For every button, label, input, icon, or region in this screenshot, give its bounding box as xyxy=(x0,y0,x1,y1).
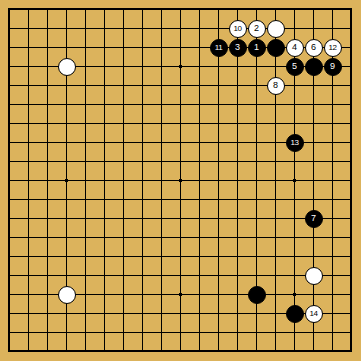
board-point-13-1[interactable] xyxy=(228,0,247,19)
board-point-2-1[interactable] xyxy=(19,0,38,19)
board-point-7-10[interactable] xyxy=(114,171,133,190)
board-point-15-14[interactable] xyxy=(266,247,285,266)
board-point-16-1[interactable] xyxy=(285,0,304,19)
board-point-4-3[interactable] xyxy=(57,38,76,57)
board-point-10-19[interactable] xyxy=(171,342,190,361)
board-point-10-2[interactable] xyxy=(171,19,190,38)
board-point-3-15[interactable] xyxy=(38,266,57,285)
board-point-13-19[interactable] xyxy=(228,342,247,361)
board-point-2-17[interactable] xyxy=(19,304,38,323)
board-point-7-13[interactable] xyxy=(114,228,133,247)
board-point-8-18[interactable] xyxy=(133,323,152,342)
board-point-13-9[interactable] xyxy=(228,152,247,171)
board-point-3-11[interactable] xyxy=(38,190,57,209)
board-point-2-5[interactable] xyxy=(19,76,38,95)
board-point-4-10[interactable] xyxy=(57,171,76,190)
board-point-15-12[interactable] xyxy=(266,209,285,228)
board-point-11-9[interactable] xyxy=(190,152,209,171)
board-point-16-10[interactable] xyxy=(285,171,304,190)
board-point-3-3[interactable] xyxy=(38,38,57,57)
board-point-2-18[interactable] xyxy=(19,323,38,342)
board-point-12-18[interactable] xyxy=(209,323,228,342)
board-point-7-3[interactable] xyxy=(114,38,133,57)
board-point-4-18[interactable] xyxy=(57,323,76,342)
board-point-18-12[interactable] xyxy=(323,209,342,228)
board-point-15-7[interactable] xyxy=(266,114,285,133)
board-point-5-6[interactable] xyxy=(76,95,95,114)
board-point-7-16[interactable] xyxy=(114,285,133,304)
board-point-8-2[interactable] xyxy=(133,19,152,38)
board-point-18-15[interactable] xyxy=(323,266,342,285)
board-point-8-3[interactable] xyxy=(133,38,152,57)
board-point-11-11[interactable] xyxy=(190,190,209,209)
board-point-7-6[interactable] xyxy=(114,95,133,114)
board-point-1-14[interactable] xyxy=(0,247,19,266)
board-point-8-10[interactable] xyxy=(133,171,152,190)
board-point-3-7[interactable] xyxy=(38,114,57,133)
board-point-4-6[interactable] xyxy=(57,95,76,114)
board-point-3-10[interactable] xyxy=(38,171,57,190)
board-point-3-1[interactable] xyxy=(38,0,57,19)
board-point-12-19[interactable] xyxy=(209,342,228,361)
board-point-18-4[interactable]: 9 xyxy=(323,57,342,76)
board-point-11-14[interactable] xyxy=(190,247,209,266)
board-point-6-12[interactable] xyxy=(95,209,114,228)
board-point-11-8[interactable] xyxy=(190,133,209,152)
board-point-16-15[interactable] xyxy=(285,266,304,285)
board-point-19-3[interactable] xyxy=(342,38,361,57)
board-point-1-18[interactable] xyxy=(0,323,19,342)
board-point-19-9[interactable] xyxy=(342,152,361,171)
board-point-3-17[interactable] xyxy=(38,304,57,323)
board-point-11-7[interactable] xyxy=(190,114,209,133)
board-point-1-4[interactable] xyxy=(0,57,19,76)
board-point-5-17[interactable] xyxy=(76,304,95,323)
board-point-7-15[interactable] xyxy=(114,266,133,285)
board-point-3-2[interactable] xyxy=(38,19,57,38)
board-point-1-12[interactable] xyxy=(0,209,19,228)
board-point-18-13[interactable] xyxy=(323,228,342,247)
board-point-5-14[interactable] xyxy=(76,247,95,266)
board-point-4-17[interactable] xyxy=(57,304,76,323)
board-point-7-2[interactable] xyxy=(114,19,133,38)
board-point-11-17[interactable] xyxy=(190,304,209,323)
board-point-13-15[interactable] xyxy=(228,266,247,285)
board-point-6-13[interactable] xyxy=(95,228,114,247)
board-point-1-3[interactable] xyxy=(0,38,19,57)
board-point-14-16[interactable] xyxy=(247,285,266,304)
board-point-4-1[interactable] xyxy=(57,0,76,19)
board-point-14-5[interactable] xyxy=(247,76,266,95)
board-point-11-19[interactable] xyxy=(190,342,209,361)
board-point-5-8[interactable] xyxy=(76,133,95,152)
board-point-15-2[interactable] xyxy=(266,19,285,38)
board-point-15-18[interactable] xyxy=(266,323,285,342)
board-point-9-1[interactable] xyxy=(152,0,171,19)
board-point-2-9[interactable] xyxy=(19,152,38,171)
board-point-14-10[interactable] xyxy=(247,171,266,190)
board-point-10-13[interactable] xyxy=(171,228,190,247)
board-point-18-10[interactable] xyxy=(323,171,342,190)
board-point-19-13[interactable] xyxy=(342,228,361,247)
board-point-17-13[interactable] xyxy=(304,228,323,247)
board-point-5-15[interactable] xyxy=(76,266,95,285)
board-point-9-17[interactable] xyxy=(152,304,171,323)
board-point-7-9[interactable] xyxy=(114,152,133,171)
board-point-6-3[interactable] xyxy=(95,38,114,57)
board-point-8-7[interactable] xyxy=(133,114,152,133)
board-point-17-11[interactable] xyxy=(304,190,323,209)
board-point-19-17[interactable] xyxy=(342,304,361,323)
board-point-18-18[interactable] xyxy=(323,323,342,342)
board-point-6-16[interactable] xyxy=(95,285,114,304)
board-point-6-15[interactable] xyxy=(95,266,114,285)
board-point-19-6[interactable] xyxy=(342,95,361,114)
board-point-17-7[interactable] xyxy=(304,114,323,133)
board-point-8-5[interactable] xyxy=(133,76,152,95)
board-point-3-6[interactable] xyxy=(38,95,57,114)
board-point-19-2[interactable] xyxy=(342,19,361,38)
board-point-4-19[interactable] xyxy=(57,342,76,361)
board-point-14-15[interactable] xyxy=(247,266,266,285)
board-point-1-7[interactable] xyxy=(0,114,19,133)
board-point-14-19[interactable] xyxy=(247,342,266,361)
board-point-2-8[interactable] xyxy=(19,133,38,152)
board-point-1-17[interactable] xyxy=(0,304,19,323)
board-point-14-9[interactable] xyxy=(247,152,266,171)
board-point-15-19[interactable] xyxy=(266,342,285,361)
board-point-18-14[interactable] xyxy=(323,247,342,266)
board-point-3-8[interactable] xyxy=(38,133,57,152)
board-point-16-11[interactable] xyxy=(285,190,304,209)
board-point-17-17[interactable]: 14 xyxy=(304,304,323,323)
board-point-15-9[interactable] xyxy=(266,152,285,171)
board-point-8-12[interactable] xyxy=(133,209,152,228)
board-point-8-8[interactable] xyxy=(133,133,152,152)
board-point-3-4[interactable] xyxy=(38,57,57,76)
board-point-17-3[interactable]: 6 xyxy=(304,38,323,57)
board-point-18-9[interactable] xyxy=(323,152,342,171)
board-point-6-5[interactable] xyxy=(95,76,114,95)
board-point-7-5[interactable] xyxy=(114,76,133,95)
board-point-14-6[interactable] xyxy=(247,95,266,114)
board-point-16-8[interactable]: 13 xyxy=(285,133,304,152)
board-point-9-6[interactable] xyxy=(152,95,171,114)
board-point-2-7[interactable] xyxy=(19,114,38,133)
board-point-3-18[interactable] xyxy=(38,323,57,342)
board-point-6-6[interactable] xyxy=(95,95,114,114)
board-point-12-16[interactable] xyxy=(209,285,228,304)
board-point-10-18[interactable] xyxy=(171,323,190,342)
board-point-6-1[interactable] xyxy=(95,0,114,19)
board-point-10-12[interactable] xyxy=(171,209,190,228)
board-point-5-4[interactable] xyxy=(76,57,95,76)
board-point-13-5[interactable] xyxy=(228,76,247,95)
board-point-1-2[interactable] xyxy=(0,19,19,38)
board-point-10-17[interactable] xyxy=(171,304,190,323)
board-point-14-8[interactable] xyxy=(247,133,266,152)
board-point-2-14[interactable] xyxy=(19,247,38,266)
board-point-15-5[interactable]: 8 xyxy=(266,76,285,95)
board-point-14-14[interactable] xyxy=(247,247,266,266)
board-point-15-1[interactable] xyxy=(266,0,285,19)
board-point-1-10[interactable] xyxy=(0,171,19,190)
board-point-10-7[interactable] xyxy=(171,114,190,133)
board-point-9-4[interactable] xyxy=(152,57,171,76)
board-point-9-3[interactable] xyxy=(152,38,171,57)
board-point-17-8[interactable] xyxy=(304,133,323,152)
board-point-5-18[interactable] xyxy=(76,323,95,342)
board-point-9-13[interactable] xyxy=(152,228,171,247)
board-point-14-3[interactable]: 1 xyxy=(247,38,266,57)
board-point-4-16[interactable] xyxy=(57,285,76,304)
board-point-5-3[interactable] xyxy=(76,38,95,57)
board-point-17-19[interactable] xyxy=(304,342,323,361)
board-point-17-14[interactable] xyxy=(304,247,323,266)
board-point-18-6[interactable] xyxy=(323,95,342,114)
board-point-6-11[interactable] xyxy=(95,190,114,209)
board-point-1-6[interactable] xyxy=(0,95,19,114)
board-point-2-11[interactable] xyxy=(19,190,38,209)
board-point-10-6[interactable] xyxy=(171,95,190,114)
board-point-16-17[interactable] xyxy=(285,304,304,323)
board-point-7-1[interactable] xyxy=(114,0,133,19)
board-point-1-11[interactable] xyxy=(0,190,19,209)
board-point-19-18[interactable] xyxy=(342,323,361,342)
board-point-15-3[interactable] xyxy=(266,38,285,57)
board-point-15-11[interactable] xyxy=(266,190,285,209)
board-point-3-13[interactable] xyxy=(38,228,57,247)
board-point-1-5[interactable] xyxy=(0,76,19,95)
board-point-15-15[interactable] xyxy=(266,266,285,285)
board-point-9-14[interactable] xyxy=(152,247,171,266)
board-point-12-15[interactable] xyxy=(209,266,228,285)
board-point-15-6[interactable] xyxy=(266,95,285,114)
board-point-16-7[interactable] xyxy=(285,114,304,133)
board-point-6-8[interactable] xyxy=(95,133,114,152)
board-point-10-5[interactable] xyxy=(171,76,190,95)
board-point-3-14[interactable] xyxy=(38,247,57,266)
board-point-13-14[interactable] xyxy=(228,247,247,266)
board-point-3-9[interactable] xyxy=(38,152,57,171)
board-point-4-7[interactable] xyxy=(57,114,76,133)
board-point-11-13[interactable] xyxy=(190,228,209,247)
board-point-14-18[interactable] xyxy=(247,323,266,342)
board-point-4-13[interactable] xyxy=(57,228,76,247)
board-point-16-3[interactable]: 4 xyxy=(285,38,304,57)
board-point-17-6[interactable] xyxy=(304,95,323,114)
board-point-6-14[interactable] xyxy=(95,247,114,266)
board-point-16-19[interactable] xyxy=(285,342,304,361)
board-point-4-9[interactable] xyxy=(57,152,76,171)
board-point-12-3[interactable]: 11 xyxy=(209,38,228,57)
board-point-16-13[interactable] xyxy=(285,228,304,247)
board-point-16-4[interactable]: 5 xyxy=(285,57,304,76)
board-point-19-10[interactable] xyxy=(342,171,361,190)
board-point-18-3[interactable]: 12 xyxy=(323,38,342,57)
board-point-8-6[interactable] xyxy=(133,95,152,114)
board-point-19-12[interactable] xyxy=(342,209,361,228)
board-point-6-4[interactable] xyxy=(95,57,114,76)
board-point-10-16[interactable] xyxy=(171,285,190,304)
board-point-15-4[interactable] xyxy=(266,57,285,76)
board-point-6-19[interactable] xyxy=(95,342,114,361)
board-point-7-4[interactable] xyxy=(114,57,133,76)
board-point-13-6[interactable] xyxy=(228,95,247,114)
board-point-13-2[interactable]: 10 xyxy=(228,19,247,38)
board-point-7-19[interactable] xyxy=(114,342,133,361)
board-point-16-6[interactable] xyxy=(285,95,304,114)
board-point-10-4[interactable] xyxy=(171,57,190,76)
board-point-7-11[interactable] xyxy=(114,190,133,209)
board-point-19-8[interactable] xyxy=(342,133,361,152)
board-point-1-8[interactable] xyxy=(0,133,19,152)
board-point-2-15[interactable] xyxy=(19,266,38,285)
board-point-13-11[interactable] xyxy=(228,190,247,209)
board-point-12-9[interactable] xyxy=(209,152,228,171)
board-point-13-8[interactable] xyxy=(228,133,247,152)
board-point-17-5[interactable] xyxy=(304,76,323,95)
board-point-17-1[interactable] xyxy=(304,0,323,19)
board-point-17-9[interactable] xyxy=(304,152,323,171)
board-point-17-4[interactable] xyxy=(304,57,323,76)
board-point-11-6[interactable] xyxy=(190,95,209,114)
board-point-6-18[interactable] xyxy=(95,323,114,342)
board-point-9-2[interactable] xyxy=(152,19,171,38)
board-point-13-17[interactable] xyxy=(228,304,247,323)
board-point-9-15[interactable] xyxy=(152,266,171,285)
board-point-5-9[interactable] xyxy=(76,152,95,171)
board-point-19-11[interactable] xyxy=(342,190,361,209)
board-point-11-2[interactable] xyxy=(190,19,209,38)
board-point-9-18[interactable] xyxy=(152,323,171,342)
board-point-19-15[interactable] xyxy=(342,266,361,285)
board-point-15-13[interactable] xyxy=(266,228,285,247)
board-point-19-7[interactable] xyxy=(342,114,361,133)
board-point-18-2[interactable] xyxy=(323,19,342,38)
board-point-8-4[interactable] xyxy=(133,57,152,76)
board-point-10-10[interactable] xyxy=(171,171,190,190)
board-point-9-11[interactable] xyxy=(152,190,171,209)
board-point-5-5[interactable] xyxy=(76,76,95,95)
board-point-2-13[interactable] xyxy=(19,228,38,247)
board-point-11-16[interactable] xyxy=(190,285,209,304)
board-point-9-10[interactable] xyxy=(152,171,171,190)
board-point-18-11[interactable] xyxy=(323,190,342,209)
board-point-17-10[interactable] xyxy=(304,171,323,190)
board-point-18-8[interactable] xyxy=(323,133,342,152)
board-point-11-10[interactable] xyxy=(190,171,209,190)
board-point-18-5[interactable] xyxy=(323,76,342,95)
board-point-11-4[interactable] xyxy=(190,57,209,76)
board-point-8-11[interactable] xyxy=(133,190,152,209)
board-point-2-6[interactable] xyxy=(19,95,38,114)
board-point-3-16[interactable] xyxy=(38,285,57,304)
board-point-4-2[interactable] xyxy=(57,19,76,38)
board-point-1-9[interactable] xyxy=(0,152,19,171)
board-point-11-12[interactable] xyxy=(190,209,209,228)
board-point-17-2[interactable] xyxy=(304,19,323,38)
board-point-4-11[interactable] xyxy=(57,190,76,209)
board-point-17-18[interactable] xyxy=(304,323,323,342)
board-point-18-19[interactable] xyxy=(323,342,342,361)
board-point-1-15[interactable] xyxy=(0,266,19,285)
board-point-1-19[interactable] xyxy=(0,342,19,361)
board-point-12-8[interactable] xyxy=(209,133,228,152)
board-point-18-1[interactable] xyxy=(323,0,342,19)
board-point-13-16[interactable] xyxy=(228,285,247,304)
board-point-13-12[interactable] xyxy=(228,209,247,228)
board-point-16-12[interactable] xyxy=(285,209,304,228)
board-point-12-6[interactable] xyxy=(209,95,228,114)
board-point-14-17[interactable] xyxy=(247,304,266,323)
board-point-18-17[interactable] xyxy=(323,304,342,323)
board-point-3-12[interactable] xyxy=(38,209,57,228)
board-point-12-1[interactable] xyxy=(209,0,228,19)
board-point-8-1[interactable] xyxy=(133,0,152,19)
board-point-8-15[interactable] xyxy=(133,266,152,285)
board-point-5-12[interactable] xyxy=(76,209,95,228)
board-point-8-19[interactable] xyxy=(133,342,152,361)
board-point-5-7[interactable] xyxy=(76,114,95,133)
board-point-12-10[interactable] xyxy=(209,171,228,190)
board-point-19-19[interactable] xyxy=(342,342,361,361)
board-point-18-16[interactable] xyxy=(323,285,342,304)
board-point-16-2[interactable] xyxy=(285,19,304,38)
board-point-6-7[interactable] xyxy=(95,114,114,133)
board-point-5-11[interactable] xyxy=(76,190,95,209)
board-point-19-16[interactable] xyxy=(342,285,361,304)
board-point-6-9[interactable] xyxy=(95,152,114,171)
board-point-14-2[interactable]: 2 xyxy=(247,19,266,38)
board-point-14-4[interactable] xyxy=(247,57,266,76)
board-point-16-16[interactable] xyxy=(285,285,304,304)
board-point-7-8[interactable] xyxy=(114,133,133,152)
board-point-15-16[interactable] xyxy=(266,285,285,304)
board-point-6-2[interactable] xyxy=(95,19,114,38)
board-point-8-16[interactable] xyxy=(133,285,152,304)
board-point-3-5[interactable] xyxy=(38,76,57,95)
board-point-5-10[interactable] xyxy=(76,171,95,190)
board-point-11-18[interactable] xyxy=(190,323,209,342)
board-point-14-12[interactable] xyxy=(247,209,266,228)
board-point-7-14[interactable] xyxy=(114,247,133,266)
board-point-9-19[interactable] xyxy=(152,342,171,361)
board-point-12-7[interactable] xyxy=(209,114,228,133)
board-point-1-13[interactable] xyxy=(0,228,19,247)
board-point-13-7[interactable] xyxy=(228,114,247,133)
board-point-6-17[interactable] xyxy=(95,304,114,323)
board-point-12-17[interactable] xyxy=(209,304,228,323)
board-point-5-19[interactable] xyxy=(76,342,95,361)
board-point-13-18[interactable] xyxy=(228,323,247,342)
board-point-13-4[interactable] xyxy=(228,57,247,76)
board-point-17-16[interactable] xyxy=(304,285,323,304)
board-point-3-19[interactable] xyxy=(38,342,57,361)
board-point-2-3[interactable] xyxy=(19,38,38,57)
board-point-2-16[interactable] xyxy=(19,285,38,304)
board-point-18-7[interactable] xyxy=(323,114,342,133)
board-point-2-4[interactable] xyxy=(19,57,38,76)
board-point-9-12[interactable] xyxy=(152,209,171,228)
board-point-1-16[interactable] xyxy=(0,285,19,304)
board-point-2-12[interactable] xyxy=(19,209,38,228)
board-point-9-7[interactable] xyxy=(152,114,171,133)
board-point-10-9[interactable] xyxy=(171,152,190,171)
board-point-11-1[interactable] xyxy=(190,0,209,19)
board-point-11-5[interactable] xyxy=(190,76,209,95)
board-point-15-8[interactable] xyxy=(266,133,285,152)
